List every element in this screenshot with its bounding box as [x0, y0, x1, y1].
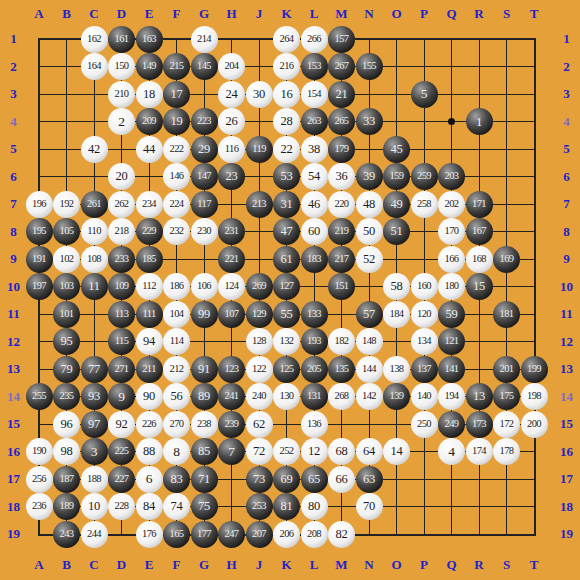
white-stone: 196 — [26, 191, 53, 218]
white-stone: 238 — [191, 411, 218, 438]
white-stone: 132 — [273, 328, 300, 355]
column-label-top: R — [474, 6, 483, 22]
column-label-bottom: A — [34, 557, 43, 573]
white-stone: 94 — [136, 328, 163, 355]
row-label-right: 2 — [563, 59, 570, 75]
black-stone: 217 — [328, 246, 355, 273]
white-stone: 166 — [438, 246, 465, 273]
column-label-top: L — [310, 6, 319, 22]
black-stone: 177 — [191, 521, 218, 548]
white-stone: 160 — [411, 273, 438, 300]
column-label-top: D — [117, 6, 126, 22]
column-label-bottom: C — [89, 557, 98, 573]
black-stone: 63 — [356, 466, 383, 493]
white-stone: 70 — [356, 493, 383, 520]
black-stone: 123 — [218, 356, 245, 383]
white-stone: 48 — [356, 191, 383, 218]
black-stone: 83 — [163, 466, 190, 493]
black-stone: 85 — [191, 438, 218, 465]
column-label-bottom: H — [226, 557, 236, 573]
black-stone: 235 — [53, 383, 80, 410]
white-stone: 16 — [273, 81, 300, 108]
row-label-left: 1 — [10, 31, 17, 47]
row-label-right: 12 — [560, 334, 573, 350]
white-stone: 262 — [108, 191, 135, 218]
column-label-top: K — [281, 6, 291, 22]
column-label-top: G — [199, 6, 209, 22]
black-stone: 93 — [81, 383, 108, 410]
white-stone: 172 — [493, 411, 520, 438]
black-stone: 205 — [301, 356, 328, 383]
black-stone: 195 — [26, 218, 53, 245]
column-label-top: F — [173, 6, 181, 22]
row-label-right: 10 — [560, 279, 573, 295]
white-stone: 252 — [273, 438, 300, 465]
black-stone: 207 — [246, 521, 273, 548]
white-stone: 52 — [356, 246, 383, 273]
white-stone: 204 — [218, 53, 245, 80]
black-stone: 139 — [383, 383, 410, 410]
black-stone: 173 — [466, 411, 493, 438]
white-stone: 26 — [218, 108, 245, 135]
white-stone: 8 — [163, 438, 190, 465]
white-stone: 110 — [81, 218, 108, 245]
black-stone: 65 — [301, 466, 328, 493]
row-label-right: 14 — [560, 389, 573, 405]
column-label-bottom: G — [199, 557, 209, 573]
black-stone: 239 — [218, 411, 245, 438]
black-stone: 5 — [411, 81, 438, 108]
black-stone: 187 — [53, 466, 80, 493]
row-label-left: 6 — [10, 169, 17, 185]
white-stone: 250 — [411, 411, 438, 438]
black-stone: 181 — [493, 301, 520, 328]
white-stone: 102 — [53, 246, 80, 273]
row-label-left: 2 — [10, 59, 17, 75]
white-stone: 174 — [466, 438, 493, 465]
black-stone: 267 — [328, 53, 355, 80]
white-stone: 176 — [136, 521, 163, 548]
column-label-bottom: S — [503, 557, 510, 573]
white-stone: 44 — [136, 136, 163, 163]
column-label-top: H — [226, 6, 236, 22]
white-stone: 258 — [411, 191, 438, 218]
column-label-top: O — [391, 6, 401, 22]
black-stone: 259 — [411, 163, 438, 190]
black-stone: 163 — [136, 26, 163, 53]
black-stone: 71 — [191, 466, 218, 493]
white-stone: 236 — [26, 493, 53, 520]
black-stone: 33 — [356, 108, 383, 135]
white-stone: 116 — [218, 136, 245, 163]
white-stone: 212 — [163, 356, 190, 383]
row-label-right: 13 — [560, 361, 573, 377]
black-stone: 15 — [466, 273, 493, 300]
column-label-top: A — [34, 6, 43, 22]
black-stone: 249 — [438, 411, 465, 438]
white-stone: 120 — [411, 301, 438, 328]
black-stone: 221 — [218, 246, 245, 273]
row-label-left: 9 — [10, 251, 17, 267]
row-label-left: 11 — [7, 306, 19, 322]
white-stone: 108 — [81, 246, 108, 273]
white-stone: 18 — [136, 81, 163, 108]
white-stone: 82 — [328, 521, 355, 548]
black-stone: 17 — [163, 81, 190, 108]
black-stone: 147 — [191, 163, 218, 190]
black-stone: 247 — [218, 521, 245, 548]
row-label-right: 19 — [560, 526, 573, 542]
column-label-bottom: F — [173, 557, 181, 573]
black-stone: 55 — [273, 301, 300, 328]
column-label-bottom: P — [420, 557, 428, 573]
white-stone: 202 — [438, 191, 465, 218]
black-stone: 263 — [301, 108, 328, 135]
black-stone: 169 — [493, 246, 520, 273]
white-stone: 146 — [163, 163, 190, 190]
row-label-left: 17 — [7, 471, 20, 487]
column-label-bottom: M — [335, 557, 347, 573]
column-label-top: J — [256, 6, 263, 22]
white-stone: 192 — [53, 191, 80, 218]
row-label-left: 18 — [7, 499, 20, 515]
black-stone: 199 — [521, 356, 548, 383]
column-label-bottom: J — [256, 557, 263, 573]
column-label-bottom: T — [530, 557, 539, 573]
black-stone: 1 — [466, 108, 493, 135]
white-stone: 240 — [246, 383, 273, 410]
black-stone: 11 — [81, 273, 108, 300]
black-stone: 145 — [191, 53, 218, 80]
row-label-left: 8 — [10, 224, 17, 240]
black-stone: 265 — [328, 108, 355, 135]
white-stone: 6 — [136, 466, 163, 493]
black-stone: 13 — [466, 383, 493, 410]
row-label-right: 9 — [563, 251, 570, 267]
row-label-left: 4 — [10, 114, 17, 130]
black-stone: 165 — [163, 521, 190, 548]
black-stone: 119 — [246, 136, 273, 163]
black-stone: 95 — [53, 328, 80, 355]
white-stone: 220 — [328, 191, 355, 218]
black-stone: 107 — [218, 301, 245, 328]
black-stone: 133 — [301, 301, 328, 328]
white-stone: 88 — [136, 438, 163, 465]
row-label-right: 17 — [560, 471, 573, 487]
white-stone: 56 — [163, 383, 190, 410]
black-stone: 233 — [108, 246, 135, 273]
white-stone: 134 — [411, 328, 438, 355]
row-label-left: 19 — [7, 526, 20, 542]
white-stone: 226 — [136, 411, 163, 438]
black-stone: 153 — [301, 53, 328, 80]
white-stone: 66 — [328, 466, 355, 493]
column-label-top: M — [335, 6, 347, 22]
white-stone: 46 — [301, 191, 328, 218]
white-stone: 154 — [301, 81, 328, 108]
black-stone: 69 — [273, 466, 300, 493]
white-stone: 270 — [163, 411, 190, 438]
white-stone: 20 — [108, 163, 135, 190]
white-stone: 206 — [273, 521, 300, 548]
black-stone: 115 — [108, 328, 135, 355]
black-stone: 141 — [438, 356, 465, 383]
white-stone: 38 — [301, 136, 328, 163]
black-stone: 261 — [81, 191, 108, 218]
white-stone: 200 — [521, 411, 548, 438]
white-stone: 14 — [383, 438, 410, 465]
white-stone: 136 — [301, 411, 328, 438]
row-label-left: 12 — [7, 334, 20, 350]
white-stone: 36 — [328, 163, 355, 190]
black-stone: 129 — [246, 301, 273, 328]
white-stone: 256 — [26, 466, 53, 493]
white-stone: 268 — [328, 383, 355, 410]
row-label-right: 5 — [563, 141, 570, 157]
column-label-bottom: K — [281, 557, 291, 573]
white-stone: 28 — [273, 108, 300, 135]
white-stone: 190 — [26, 438, 53, 465]
black-stone: 189 — [53, 493, 80, 520]
row-label-right: 1 — [563, 31, 570, 47]
black-stone: 7 — [218, 438, 245, 465]
column-label-bottom: L — [310, 557, 319, 573]
black-stone: 29 — [191, 136, 218, 163]
black-stone: 59 — [438, 301, 465, 328]
white-stone: 184 — [383, 301, 410, 328]
black-stone: 229 — [136, 218, 163, 245]
black-stone: 253 — [246, 493, 273, 520]
row-label-left: 7 — [10, 196, 17, 212]
row-label-right: 7 — [563, 196, 570, 212]
row-label-right: 3 — [563, 86, 570, 102]
black-stone: 91 — [191, 356, 218, 383]
white-stone: 266 — [301, 26, 328, 53]
row-label-right: 4 — [563, 114, 570, 130]
black-stone: 183 — [301, 246, 328, 273]
white-stone: 208 — [301, 521, 328, 548]
black-stone: 219 — [328, 218, 355, 245]
white-stone: 98 — [53, 438, 80, 465]
go-kifu-diagram: AABBCCDDEEFFGGHHJJKKLLMMNNOOPPQQRRSSTT11… — [0, 0, 580, 580]
white-stone: 92 — [108, 411, 135, 438]
column-label-top: P — [420, 6, 428, 22]
black-stone: 127 — [273, 273, 300, 300]
row-label-left: 13 — [7, 361, 20, 377]
white-stone: 72 — [246, 438, 273, 465]
black-stone: 185 — [136, 246, 163, 273]
white-stone: 162 — [81, 26, 108, 53]
white-stone: 264 — [273, 26, 300, 53]
black-stone: 131 — [301, 383, 328, 410]
white-stone: 22 — [273, 136, 300, 163]
black-stone: 125 — [273, 356, 300, 383]
black-stone: 113 — [108, 301, 135, 328]
black-stone: 105 — [53, 218, 80, 245]
white-stone: 30 — [246, 81, 273, 108]
white-stone: 62 — [246, 411, 273, 438]
white-stone: 194 — [438, 383, 465, 410]
white-stone: 210 — [108, 81, 135, 108]
column-label-top: B — [62, 6, 71, 22]
black-stone: 19 — [163, 108, 190, 135]
black-stone: 45 — [383, 136, 410, 163]
black-stone: 179 — [328, 136, 355, 163]
white-stone: 218 — [108, 218, 135, 245]
white-stone: 84 — [136, 493, 163, 520]
row-label-right: 15 — [560, 416, 573, 432]
black-stone: 75 — [191, 493, 218, 520]
black-stone: 111 — [136, 301, 163, 328]
black-stone: 157 — [328, 26, 355, 53]
column-label-bottom: O — [391, 557, 401, 573]
go-board: AABBCCDDEEFFGGHHJJKKLLMMNNOOPPQQRRSSTT11… — [0, 0, 580, 580]
black-stone: 203 — [438, 163, 465, 190]
black-stone: 269 — [246, 273, 273, 300]
black-stone: 175 — [493, 383, 520, 410]
white-stone: 90 — [136, 383, 163, 410]
black-stone: 77 — [81, 356, 108, 383]
black-stone: 171 — [466, 191, 493, 218]
white-stone: 4 — [438, 438, 465, 465]
column-label-top: N — [364, 6, 373, 22]
black-stone: 197 — [26, 273, 53, 300]
column-label-top: T — [530, 6, 539, 22]
row-label-left: 14 — [7, 389, 20, 405]
black-stone: 117 — [191, 191, 218, 218]
white-stone: 168 — [466, 246, 493, 273]
black-stone: 167 — [466, 218, 493, 245]
white-stone: 150 — [108, 53, 135, 80]
black-stone: 39 — [356, 163, 383, 190]
white-stone: 2 — [108, 108, 135, 135]
column-label-bottom: Q — [446, 557, 456, 573]
white-stone: 140 — [411, 383, 438, 410]
white-stone: 122 — [246, 356, 273, 383]
black-stone: 109 — [108, 273, 135, 300]
black-stone: 211 — [136, 356, 163, 383]
black-stone: 47 — [273, 218, 300, 245]
white-stone: 138 — [383, 356, 410, 383]
white-stone: 42 — [81, 136, 108, 163]
column-label-top: C — [89, 6, 98, 22]
white-stone: 144 — [356, 356, 383, 383]
black-stone: 21 — [328, 81, 355, 108]
white-stone: 216 — [273, 53, 300, 80]
row-label-left: 5 — [10, 141, 17, 157]
black-stone: 227 — [108, 466, 135, 493]
star-point — [448, 118, 455, 125]
black-stone: 57 — [356, 301, 383, 328]
black-stone: 151 — [328, 273, 355, 300]
white-stone: 12 — [301, 438, 328, 465]
white-stone: 148 — [356, 328, 383, 355]
white-stone: 164 — [81, 53, 108, 80]
white-stone: 234 — [136, 191, 163, 218]
black-stone: 243 — [53, 521, 80, 548]
white-stone: 170 — [438, 218, 465, 245]
column-label-bottom: N — [364, 557, 373, 573]
white-stone: 178 — [493, 438, 520, 465]
black-stone: 135 — [328, 356, 355, 383]
row-label-left: 16 — [7, 444, 20, 460]
black-stone: 53 — [273, 163, 300, 190]
white-stone: 58 — [383, 273, 410, 300]
column-label-bottom: E — [145, 557, 154, 573]
white-stone: 60 — [301, 218, 328, 245]
row-label-right: 16 — [560, 444, 573, 460]
white-stone: 64 — [356, 438, 383, 465]
white-stone: 80 — [301, 493, 328, 520]
black-stone: 81 — [273, 493, 300, 520]
black-stone: 121 — [438, 328, 465, 355]
black-stone: 23 — [218, 163, 245, 190]
white-stone: 68 — [328, 438, 355, 465]
black-stone: 231 — [218, 218, 245, 245]
white-stone: 244 — [81, 521, 108, 548]
column-label-bottom: B — [62, 557, 71, 573]
black-stone: 155 — [356, 53, 383, 80]
white-stone: 142 — [356, 383, 383, 410]
white-stone: 74 — [163, 493, 190, 520]
row-label-left: 3 — [10, 86, 17, 102]
white-stone: 188 — [81, 466, 108, 493]
row-label-right: 11 — [560, 306, 572, 322]
black-stone: 9 — [108, 383, 135, 410]
black-stone: 61 — [273, 246, 300, 273]
black-stone: 225 — [108, 438, 135, 465]
column-label-top: S — [503, 6, 510, 22]
black-stone: 49 — [383, 191, 410, 218]
black-stone: 209 — [136, 108, 163, 135]
black-stone: 271 — [108, 356, 135, 383]
row-label-right: 18 — [560, 499, 573, 515]
black-stone: 51 — [383, 218, 410, 245]
column-label-top: E — [145, 6, 154, 22]
white-stone: 198 — [521, 383, 548, 410]
column-label-bottom: R — [474, 557, 483, 573]
black-stone: 101 — [53, 301, 80, 328]
white-stone: 50 — [356, 218, 383, 245]
black-stone: 193 — [301, 328, 328, 355]
black-stone: 255 — [26, 383, 53, 410]
white-stone: 106 — [191, 273, 218, 300]
white-stone: 224 — [163, 191, 190, 218]
white-stone: 104 — [163, 301, 190, 328]
white-stone: 128 — [246, 328, 273, 355]
black-stone: 103 — [53, 273, 80, 300]
column-label-bottom: D — [117, 557, 126, 573]
white-stone: 114 — [163, 328, 190, 355]
row-label-right: 8 — [563, 224, 570, 240]
black-stone: 89 — [191, 383, 218, 410]
white-stone: 10 — [81, 493, 108, 520]
white-stone: 124 — [218, 273, 245, 300]
row-label-left: 10 — [7, 279, 20, 295]
black-stone: 215 — [163, 53, 190, 80]
white-stone: 180 — [438, 273, 465, 300]
black-stone: 73 — [246, 466, 273, 493]
black-stone: 213 — [246, 191, 273, 218]
black-stone: 3 — [81, 438, 108, 465]
white-stone: 232 — [163, 218, 190, 245]
white-stone: 222 — [163, 136, 190, 163]
white-stone: 112 — [136, 273, 163, 300]
black-stone: 159 — [383, 163, 410, 190]
black-stone: 201 — [493, 356, 520, 383]
black-stone: 97 — [81, 411, 108, 438]
white-stone: 24 — [218, 81, 245, 108]
